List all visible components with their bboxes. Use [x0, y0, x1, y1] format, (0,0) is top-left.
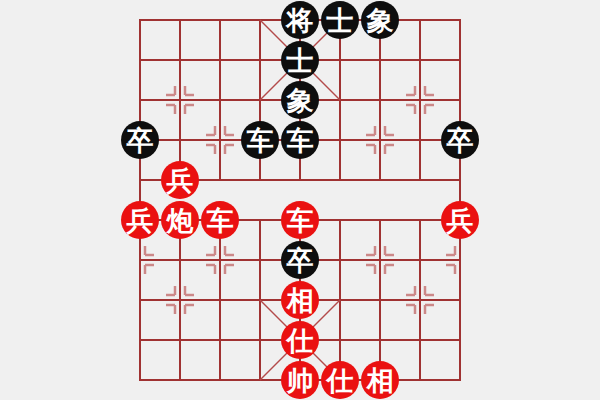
- piece-red-cannon[interactable]: 炮: [161, 201, 199, 239]
- piece-black-advisor[interactable]: 士: [281, 41, 319, 79]
- piece-red-elephant[interactable]: 相: [361, 361, 399, 399]
- piece-black-elephant[interactable]: 象: [361, 1, 399, 39]
- piece-red-soldier[interactable]: 兵: [121, 201, 159, 239]
- piece-red-chariot[interactable]: 车: [281, 201, 319, 239]
- piece-red-soldier[interactable]: 兵: [441, 201, 479, 239]
- piece-red-elephant[interactable]: 相: [281, 281, 319, 319]
- pieces-layer: 将士象士象卒车车卒卒兵兵炮车车兵相仕帅仕相: [0, 0, 600, 400]
- piece-red-chariot[interactable]: 车: [201, 201, 239, 239]
- piece-red-general[interactable]: 帅: [281, 361, 319, 399]
- piece-black-chariot[interactable]: 车: [281, 121, 319, 159]
- piece-black-soldier[interactable]: 卒: [441, 121, 479, 159]
- piece-black-general[interactable]: 将: [281, 1, 319, 39]
- piece-black-soldier[interactable]: 卒: [121, 121, 159, 159]
- piece-black-soldier[interactable]: 卒: [281, 241, 319, 279]
- piece-black-elephant[interactable]: 象: [281, 81, 319, 119]
- piece-red-advisor[interactable]: 仕: [321, 361, 359, 399]
- piece-black-advisor[interactable]: 士: [321, 1, 359, 39]
- piece-red-soldier[interactable]: 兵: [161, 161, 199, 199]
- piece-black-chariot[interactable]: 车: [241, 121, 279, 159]
- piece-red-advisor[interactable]: 仕: [281, 321, 319, 359]
- xiangqi-board[interactable]: 将士象士象卒车车卒卒兵兵炮车车兵相仕帅仕相: [0, 0, 600, 400]
